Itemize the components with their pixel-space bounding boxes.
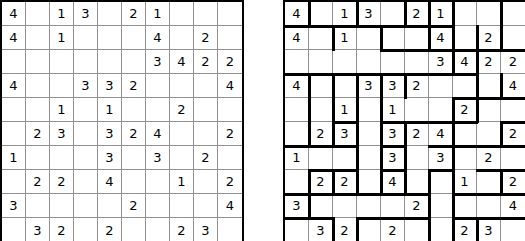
cell-r7c3[interactable]	[50, 146, 74, 170]
cell-r2c4	[357, 26, 381, 50]
region-wall-vertical	[452, 2, 455, 27]
cell-r8c6	[405, 170, 429, 194]
cell-r8c9[interactable]	[194, 170, 218, 194]
cell-r5c6	[405, 98, 429, 122]
cell-r1c9[interactable]	[194, 2, 218, 26]
cell-r8c9	[477, 170, 501, 194]
region-wall-horizontal	[285, 25, 310, 28]
region-wall-vertical	[404, 121, 407, 147]
clue-digit: 2	[33, 175, 41, 188]
clue-digit: 4	[9, 79, 17, 92]
cell-r2c10[interactable]	[218, 26, 242, 50]
cell-r5c10[interactable]	[218, 98, 242, 122]
cell-r10c4[interactable]	[74, 218, 98, 241]
clue-digit: 1	[340, 103, 348, 116]
cell-r9c6[interactable]: 2	[122, 194, 146, 218]
clue-digit: 2	[129, 127, 137, 140]
cell-r3c3	[333, 50, 357, 74]
cell-r8c3[interactable]: 2	[50, 170, 74, 194]
region-wall-vertical	[476, 25, 479, 51]
cell-r7c1[interactable]: 1	[2, 146, 26, 170]
cell-r2c2	[309, 26, 333, 50]
region-wall-horizontal	[452, 217, 478, 220]
cell-r3c8[interactable]: 4	[170, 50, 194, 74]
clue-digit: 2	[226, 127, 234, 140]
cell-r3c2	[309, 50, 333, 74]
cell-r6c5: 3	[381, 122, 405, 146]
region-wall-vertical	[380, 25, 383, 51]
cell-r6c6[interactable]: 2	[122, 122, 146, 146]
cell-r3c9[interactable]: 2	[194, 50, 218, 74]
clue-digit: 2	[509, 127, 517, 140]
region-wall-vertical	[356, 217, 359, 241]
region-wall-vertical	[404, 73, 407, 99]
cell-r9c2	[309, 194, 333, 218]
region-wall-horizontal	[476, 193, 502, 196]
clue-digit: 4	[177, 55, 185, 68]
clue-digit: 1	[153, 7, 161, 20]
cell-r7c8[interactable]	[170, 146, 194, 170]
region-wall-vertical	[452, 169, 455, 195]
cell-r9c7[interactable]	[146, 194, 170, 218]
cell-r6c3: 3	[333, 122, 357, 146]
cell-r2c1[interactable]: 4	[2, 26, 26, 50]
cell-r2c8[interactable]	[170, 26, 194, 50]
clue-digit: 1	[340, 31, 348, 44]
region-wall-vertical	[356, 169, 359, 195]
clue-digit: 3	[57, 127, 65, 140]
region-wall-vertical	[332, 73, 335, 99]
cell-r8c7[interactable]	[146, 170, 170, 194]
cell-r6c10[interactable]: 2	[218, 122, 242, 146]
cell-r8c8[interactable]: 1	[170, 170, 194, 194]
region-wall-vertical	[404, 2, 407, 27]
cell-r3c5	[381, 50, 405, 74]
cell-r5c5[interactable]: 1	[98, 98, 122, 122]
cell-r10c3[interactable]: 2	[50, 218, 74, 241]
cell-r4c7[interactable]	[146, 74, 170, 98]
region-wall-horizontal	[308, 145, 334, 148]
cell-r6c3[interactable]: 3	[50, 122, 74, 146]
region-wall-horizontal	[452, 193, 478, 196]
clue-digit: 3	[436, 151, 444, 164]
cell-r8c5[interactable]: 4	[98, 170, 122, 194]
region-wall-horizontal	[476, 169, 502, 172]
region-wall-horizontal	[428, 121, 454, 124]
cell-r3c10[interactable]: 2	[218, 50, 242, 74]
cell-r4c3[interactable]	[50, 74, 74, 98]
region-wall-horizontal	[500, 49, 525, 52]
cell-r9c5[interactable]	[98, 194, 122, 218]
region-wall-vertical	[332, 25, 335, 51]
clue-digit: 4	[9, 7, 17, 20]
cell-r3c8: 4	[453, 50, 477, 74]
clue-digit: 2	[129, 79, 137, 92]
clue-digit: 4	[388, 175, 396, 188]
region-wall-vertical	[476, 97, 479, 123]
cell-r5c3[interactable]: 1	[50, 98, 74, 122]
region-wall-horizontal	[428, 25, 454, 28]
region-wall-vertical	[428, 193, 431, 219]
cell-r8c6[interactable]	[122, 170, 146, 194]
clue-digit: 2	[340, 175, 348, 188]
cell-r7c3	[333, 146, 357, 170]
cell-r5c5: 1	[381, 98, 405, 122]
cell-r1c1[interactable]: 4	[2, 2, 26, 26]
cell-r10c1[interactable]	[2, 218, 26, 241]
cell-r10c8[interactable]: 2	[170, 218, 194, 241]
cell-r7c7: 3	[429, 146, 453, 170]
clue-digit: 4	[509, 199, 517, 212]
clue-digit: 2	[484, 151, 492, 164]
cell-r10c10	[501, 218, 525, 241]
clue-digit: 2	[226, 175, 234, 188]
cell-r5c6[interactable]	[122, 98, 146, 122]
clue-digit: 4	[153, 127, 161, 140]
region-wall-vertical	[308, 2, 311, 27]
clue-digit: 1	[9, 151, 17, 164]
cell-r1c6: 2	[405, 2, 429, 26]
cell-r2c5	[381, 26, 405, 50]
cell-r6c1	[285, 122, 309, 146]
cell-r7c10[interactable]	[218, 146, 242, 170]
cell-r4c2[interactable]	[26, 74, 50, 98]
region-wall-vertical	[428, 2, 431, 27]
region-wall-horizontal	[380, 169, 406, 172]
cell-r5c1[interactable]	[2, 98, 26, 122]
clue-digit: 3	[388, 151, 396, 164]
cell-r10c2[interactable]: 3	[26, 218, 50, 241]
region-wall-horizontal	[285, 193, 310, 196]
cell-r8c8: 1	[453, 170, 477, 194]
cell-r10c7[interactable]	[146, 218, 170, 241]
cell-r1c7[interactable]: 1	[146, 2, 170, 26]
cell-r10c3: 2	[333, 218, 357, 241]
cell-r6c9	[477, 122, 501, 146]
region-wall-horizontal	[500, 121, 525, 124]
cell-r10c2: 3	[309, 218, 333, 241]
cell-r9c4[interactable]	[74, 194, 98, 218]
cell-r3c7[interactable]: 3	[146, 50, 170, 74]
cell-r1c7: 1	[429, 2, 453, 26]
cell-r2c7: 4	[429, 26, 453, 50]
cell-r7c7[interactable]: 3	[146, 146, 170, 170]
cell-r8c1[interactable]	[2, 170, 26, 194]
cell-r9c10: 4	[501, 194, 525, 218]
cell-r2c6[interactable]	[122, 26, 146, 50]
clue-digit: 2	[177, 224, 185, 237]
cell-r3c6[interactable]	[122, 50, 146, 74]
clue-digit: 3	[484, 224, 492, 237]
cell-r1c2	[309, 2, 333, 26]
problem-grid[interactable]: 4132141423422433241122332421332224123243…	[0, 0, 244, 241]
region-wall-vertical	[452, 49, 455, 75]
cell-r2c9: 2	[477, 26, 501, 50]
region-wall-vertical	[356, 2, 359, 27]
cell-r4c9[interactable]	[194, 74, 218, 98]
cell-r8c10[interactable]: 2	[218, 170, 242, 194]
clue-digit: 3	[153, 151, 161, 164]
cell-r1c10[interactable]	[218, 2, 242, 26]
region-wall-horizontal	[500, 145, 525, 148]
cell-r9c1[interactable]: 3	[2, 194, 26, 218]
region-wall-vertical	[452, 193, 455, 219]
cell-r10c7	[429, 218, 453, 241]
region-wall-vertical	[500, 121, 503, 147]
clue-digit: 2	[509, 175, 517, 188]
region-wall-horizontal	[428, 169, 454, 172]
problem-grid-cells: 4132141423422433241122332421332224123243…	[2, 2, 242, 241]
clue-digit: 2	[201, 55, 209, 68]
cell-r2c4[interactable]	[74, 26, 98, 50]
cell-r8c7	[429, 170, 453, 194]
clue-digit: 3	[388, 79, 396, 92]
region-wall-vertical	[356, 121, 359, 147]
clue-digit: 1	[57, 31, 65, 44]
cell-r6c4[interactable]	[74, 122, 98, 146]
cell-r7c4[interactable]	[74, 146, 98, 170]
clue-digit: 3	[364, 7, 372, 20]
cell-r1c9	[477, 2, 501, 26]
region-wall-horizontal	[380, 25, 406, 28]
clue-digit: 1	[292, 151, 300, 164]
cell-r7c9: 2	[477, 146, 501, 170]
cell-r10c6	[405, 218, 429, 241]
clue-digit: 2	[226, 55, 234, 68]
solution-grid-cells: 4132141423422433241122332421332224123243…	[285, 2, 525, 241]
clue-digit: 1	[388, 103, 396, 116]
region-wall-horizontal	[285, 145, 310, 148]
region-wall-vertical	[428, 217, 431, 241]
cell-r5c9[interactable]	[194, 98, 218, 122]
cell-r10c9[interactable]: 3	[194, 218, 218, 241]
cell-r7c6	[405, 146, 429, 170]
region-wall-horizontal	[428, 49, 454, 52]
cell-r2c7[interactable]: 4	[146, 26, 170, 50]
cell-r5c2[interactable]	[26, 98, 50, 122]
cell-r7c8	[453, 146, 477, 170]
cell-r3c2[interactable]	[26, 50, 50, 74]
cell-r4c4[interactable]: 3	[74, 74, 98, 98]
cell-r4c1[interactable]: 4	[2, 74, 26, 98]
clue-digit: 2	[57, 224, 65, 237]
clue-digit: 4	[292, 79, 300, 92]
region-wall-horizontal	[476, 145, 502, 148]
region-wall-horizontal	[476, 49, 502, 52]
region-wall-vertical	[404, 169, 407, 195]
cell-r1c4: 3	[357, 2, 381, 26]
clue-digit: 2	[201, 31, 209, 44]
region-wall-horizontal	[308, 25, 334, 28]
region-wall-vertical	[452, 121, 455, 147]
cell-r2c6	[405, 26, 429, 50]
clue-digit: 2	[57, 175, 65, 188]
cell-r9c2[interactable]	[26, 194, 50, 218]
clue-digit: 1	[177, 175, 185, 188]
clue-digit: 2	[388, 224, 396, 237]
cell-r5c4[interactable]	[74, 98, 98, 122]
cell-r8c4[interactable]	[74, 170, 98, 194]
cell-r4c5[interactable]: 3	[98, 74, 122, 98]
clue-digit: 3	[436, 55, 444, 68]
clue-digit: 4	[226, 199, 234, 212]
cell-r9c9[interactable]	[194, 194, 218, 218]
region-wall-horizontal	[285, 217, 310, 220]
cell-r10c1	[285, 218, 309, 241]
region-wall-horizontal	[356, 25, 382, 28]
cell-r5c3: 1	[333, 98, 357, 122]
region-wall-vertical	[500, 73, 503, 99]
cell-r2c10	[501, 26, 525, 50]
cell-r5c9	[477, 98, 501, 122]
region-wall-horizontal	[332, 25, 358, 28]
cell-r2c3[interactable]: 1	[50, 26, 74, 50]
cell-r3c3[interactable]	[50, 50, 74, 74]
cell-r1c4[interactable]: 3	[74, 2, 98, 26]
cell-r10c5[interactable]: 2	[98, 218, 122, 241]
cell-r3c7: 3	[429, 50, 453, 74]
clue-digit: 2	[460, 103, 468, 116]
cell-r8c5: 4	[381, 170, 405, 194]
region-wall-horizontal	[500, 193, 525, 196]
clue-digit: 3	[105, 79, 113, 92]
region-wall-horizontal	[500, 169, 525, 172]
cell-r4c10: 4	[501, 74, 525, 98]
cell-r9c3[interactable]	[50, 194, 74, 218]
cell-r4c10[interactable]: 4	[218, 74, 242, 98]
cell-r2c5[interactable]	[98, 26, 122, 50]
clue-digit: 3	[81, 79, 89, 92]
cell-r4c8[interactable]	[170, 74, 194, 98]
clue-digit: 2	[460, 224, 468, 237]
region-wall-horizontal	[332, 121, 358, 124]
cell-r3c4[interactable]	[74, 50, 98, 74]
cell-r6c8[interactable]	[170, 122, 194, 146]
cell-r1c8[interactable]	[170, 2, 194, 26]
cell-r10c10[interactable]	[218, 218, 242, 241]
clue-digit: 2	[33, 127, 41, 140]
clue-digit: 2	[201, 151, 209, 164]
cell-r10c6[interactable]	[122, 218, 146, 241]
clue-digit: 1	[436, 7, 444, 20]
cell-r7c4	[357, 146, 381, 170]
region-wall-vertical	[476, 49, 479, 75]
region-wall-vertical	[332, 97, 335, 123]
clue-digit: 4	[292, 7, 300, 20]
cell-r6c2[interactable]: 2	[26, 122, 50, 146]
region-wall-horizontal	[404, 217, 430, 220]
cell-r8c10: 2	[501, 170, 525, 194]
clue-digit: 1	[340, 7, 348, 20]
cell-r4c6: 2	[405, 74, 429, 98]
region-wall-vertical	[452, 145, 455, 171]
cell-r1c5[interactable]	[98, 2, 122, 26]
clue-digit: 4	[9, 31, 17, 44]
cell-r8c2[interactable]: 2	[26, 170, 50, 194]
region-wall-horizontal	[500, 97, 525, 100]
cell-r9c10[interactable]: 4	[218, 194, 242, 218]
cell-r5c8[interactable]: 2	[170, 98, 194, 122]
region-wall-vertical	[332, 217, 335, 241]
cell-r1c3[interactable]: 1	[50, 2, 74, 26]
cell-r4c5: 3	[381, 74, 405, 98]
clue-digit: 2	[509, 55, 517, 68]
cell-r9c6: 2	[405, 194, 429, 218]
region-wall-horizontal	[380, 73, 406, 76]
cell-r3c5[interactable]	[98, 50, 122, 74]
clue-digit: 2	[412, 127, 420, 140]
cell-r1c5	[381, 2, 405, 26]
region-wall-horizontal	[428, 145, 454, 148]
region-wall-vertical	[308, 121, 311, 147]
region-wall-vertical	[380, 169, 383, 195]
region-wall-horizontal	[356, 193, 382, 196]
region-wall-horizontal	[404, 25, 430, 28]
cell-r3c9: 2	[477, 50, 501, 74]
cell-r6c7[interactable]: 4	[146, 122, 170, 146]
clue-digit: 4	[460, 55, 468, 68]
region-wall-vertical	[356, 145, 359, 171]
clue-digit: 2	[412, 7, 420, 20]
clue-digit: 3	[33, 224, 41, 237]
cell-r6c9[interactable]	[194, 122, 218, 146]
cell-r1c6[interactable]: 2	[122, 2, 146, 26]
region-wall-vertical	[308, 97, 311, 123]
cell-r2c3: 1	[333, 26, 357, 50]
cell-r6c5[interactable]: 3	[98, 122, 122, 146]
cell-r4c1: 4	[285, 74, 309, 98]
solution-grid: 4132141423422433241122332421332224123243…	[283, 0, 525, 241]
cell-r5c2	[309, 98, 333, 122]
region-wall-vertical	[308, 169, 311, 195]
cell-r7c9[interactable]: 2	[194, 146, 218, 170]
clue-digit: 2	[316, 127, 324, 140]
cell-r6c2: 2	[309, 122, 333, 146]
region-wall-vertical	[308, 193, 311, 219]
clue-digit: 1	[105, 103, 113, 116]
region-wall-vertical	[380, 97, 383, 123]
puzzle-page: { "game": "area-division logic puzzle (j…	[0, 0, 525, 241]
cell-r5c7[interactable]	[146, 98, 170, 122]
cell-r7c5[interactable]: 3	[98, 146, 122, 170]
region-wall-horizontal	[380, 193, 406, 196]
cell-r4c6[interactable]: 2	[122, 74, 146, 98]
region-wall-horizontal	[404, 73, 430, 76]
region-wall-vertical	[428, 25, 431, 51]
region-wall-horizontal	[404, 121, 430, 124]
cell-r2c1: 4	[285, 26, 309, 50]
cell-r7c2	[309, 146, 333, 170]
clue-digit: 1	[57, 103, 65, 116]
cell-r4c3	[333, 74, 357, 98]
cell-r1c2[interactable]	[26, 2, 50, 26]
region-wall-vertical	[332, 121, 335, 147]
clue-digit: 3	[105, 151, 113, 164]
cell-r3c1[interactable]	[2, 50, 26, 74]
clue-digit: 2	[484, 55, 492, 68]
cell-r2c9[interactable]: 2	[194, 26, 218, 50]
cell-r7c2[interactable]	[26, 146, 50, 170]
cell-r2c2[interactable]	[26, 26, 50, 50]
cell-r9c8[interactable]	[170, 194, 194, 218]
cell-r6c1[interactable]	[2, 122, 26, 146]
clue-digit: 2	[105, 224, 113, 237]
cell-r9c9	[477, 194, 501, 218]
region-wall-horizontal	[380, 121, 406, 124]
region-wall-vertical	[452, 217, 455, 241]
region-wall-vertical	[476, 73, 479, 99]
cell-r7c6[interactable]	[122, 146, 146, 170]
